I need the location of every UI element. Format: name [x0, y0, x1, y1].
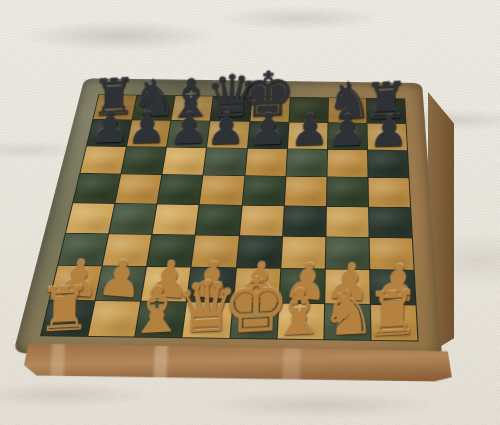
- black-pawn: ♟: [126, 109, 167, 147]
- square-d7: ♟: [207, 122, 249, 148]
- black-pawn: ♟: [289, 111, 330, 149]
- square-c5: [158, 175, 203, 204]
- cloth-background: ♜♞♝♛♚♞♜♟♟♟♟♟♟♟♟♟♟♟♟♟♟♟♟♜♝♛♚♝♞♜: [0, 0, 500, 425]
- white-bishop: ♝: [128, 281, 187, 338]
- square-g6: [327, 150, 367, 178]
- square-d4: [196, 205, 241, 236]
- square-a7: ♟: [87, 120, 131, 146]
- square-g4: [326, 206, 368, 237]
- square-a5: [73, 174, 120, 203]
- square-h6: [368, 150, 409, 178]
- square-f5: [284, 177, 326, 206]
- square-a1: ♜: [41, 300, 94, 336]
- square-h4: [369, 207, 412, 238]
- black-pawn: ♟: [205, 110, 246, 148]
- square-e6: [245, 148, 287, 176]
- square-f6: [286, 149, 327, 177]
- square-c1: ♝: [136, 301, 187, 337]
- square-b7: ♟: [127, 120, 170, 146]
- black-pawn: ♟: [89, 108, 130, 146]
- chess-board: ♜♞♝♛♚♞♜♟♟♟♟♟♟♟♟♟♟♟♟♟♟♟♟♜♝♛♚♝♞♜: [41, 95, 417, 341]
- square-c4: [153, 204, 199, 234]
- chess-set: ♜♞♝♛♚♞♜♟♟♟♟♟♟♟♟♟♟♟♟♟♟♟♟♜♝♛♚♝♞♜: [36, 11, 449, 394]
- white-rook: ♜: [36, 283, 92, 337]
- square-a6: [80, 146, 126, 174]
- square-e7: ♟: [248, 122, 289, 148]
- square-b5: [116, 174, 162, 203]
- board-rim: ♜♞♝♛♚♞♜♟♟♟♟♟♟♟♟♟♟♟♟♟♟♟♟♜♝♛♚♝♞♜: [13, 78, 442, 359]
- square-d6: [204, 148, 247, 176]
- black-pawn: ♟: [327, 111, 368, 149]
- black-pawn: ♟: [247, 110, 288, 148]
- square-a4: [66, 203, 114, 233]
- white-bishop: ♝: [270, 283, 329, 340]
- square-c7: ♟: [167, 121, 210, 147]
- square-h7: ♟: [367, 124, 407, 150]
- square-g1: ♞: [324, 304, 370, 340]
- square-e4: [239, 205, 283, 236]
- square-g5: [327, 177, 368, 206]
- square-e5: [242, 176, 285, 205]
- square-h5: [368, 178, 410, 207]
- square-c6: [163, 147, 207, 175]
- square-g7: ♟: [328, 123, 367, 149]
- square-d5: [200, 176, 244, 205]
- black-pawn: ♟: [369, 112, 410, 150]
- square-h1: ♜: [371, 305, 418, 341]
- square-f1: ♝: [277, 303, 324, 339]
- board-tilt: ♜♞♝♛♚♞♜♟♟♟♟♟♟♟♟♟♟♟♟♟♟♟♟♜♝♛♚♝♞♜: [13, 78, 442, 359]
- white-rook: ♜: [365, 287, 421, 341]
- black-pawn: ♟: [168, 109, 209, 147]
- square-f4: [283, 206, 326, 237]
- square-b4: [109, 203, 156, 233]
- square-b6: [122, 147, 167, 175]
- square-f7: ♟: [288, 123, 328, 149]
